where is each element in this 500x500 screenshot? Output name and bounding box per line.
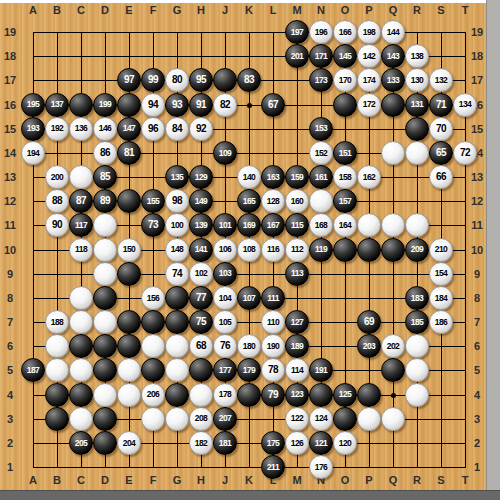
white-stone: 76 (213, 334, 237, 358)
black-stone: 177 (213, 358, 237, 382)
black-stone (381, 358, 405, 382)
move-number: 182 (195, 439, 208, 448)
move-number: 85 (100, 172, 110, 182)
white-stone (189, 383, 213, 407)
column-label-top: K (245, 4, 253, 16)
black-stone: 143 (381, 44, 405, 68)
black-stone: 69 (357, 310, 381, 334)
black-stone: 83 (237, 68, 261, 92)
white-stone: 118 (69, 238, 93, 262)
black-stone: 165 (237, 189, 261, 213)
column-label-top: T (462, 4, 469, 16)
move-number: 91 (196, 100, 206, 110)
white-stone: 128 (261, 189, 285, 213)
white-stone (405, 358, 429, 382)
white-stone (93, 310, 117, 334)
white-stone (93, 262, 117, 286)
white-stone: 194 (21, 141, 45, 165)
white-stone: 200 (45, 165, 69, 189)
black-stone: 117 (69, 213, 93, 237)
white-stone: 70 (429, 117, 453, 141)
move-number: 159 (291, 173, 304, 182)
move-number: 94 (148, 100, 158, 110)
hoshi-point (391, 393, 396, 398)
white-stone: 96 (141, 117, 165, 141)
white-stone (165, 334, 189, 358)
black-stone (333, 93, 357, 117)
black-stone: 181 (213, 431, 237, 455)
move-number: 87 (76, 196, 86, 206)
white-stone: 204 (117, 431, 141, 455)
white-stone: 198 (357, 20, 381, 44)
black-stone (93, 334, 117, 358)
column-label-top: Q (389, 4, 398, 16)
move-number: 100 (171, 221, 184, 230)
black-stone (213, 68, 237, 92)
column-label-bottom: C (77, 474, 85, 486)
column-label-bottom: G (173, 474, 182, 486)
black-stone: 73 (141, 213, 165, 237)
move-number: 185 (411, 318, 424, 327)
column-label-bottom: B (53, 474, 61, 486)
move-number: 199 (99, 100, 112, 109)
column-label-bottom: O (341, 474, 350, 486)
move-number: 132 (435, 76, 448, 85)
white-stone: 166 (333, 20, 357, 44)
column-label-bottom: M (292, 474, 301, 486)
go-game-window: AABBCCDDEEFFGGHHJJKKLLMMNNOOPPQQRRSSTT19… (0, 0, 500, 500)
column-label-bottom: S (437, 474, 444, 486)
move-number: 175 (267, 439, 280, 448)
move-number: 160 (291, 197, 304, 206)
move-number: 207 (219, 414, 232, 423)
white-stone: 82 (213, 93, 237, 117)
move-number: 141 (195, 245, 208, 254)
move-number: 130 (411, 76, 424, 85)
move-number: 133 (387, 76, 400, 85)
column-label-bottom: J (222, 474, 228, 486)
move-number: 127 (291, 318, 304, 327)
black-stone (357, 383, 381, 407)
white-stone: 84 (165, 117, 189, 141)
white-stone (93, 383, 117, 407)
black-stone: 205 (69, 431, 93, 455)
move-number: 144 (387, 28, 400, 37)
white-stone (165, 358, 189, 382)
black-stone: 137 (45, 93, 69, 117)
white-stone (69, 407, 93, 431)
column-label-top: L (270, 4, 277, 16)
black-stone: 109 (213, 141, 237, 165)
white-stone (69, 286, 93, 310)
white-stone: 74 (165, 262, 189, 286)
move-number: 181 (219, 439, 232, 448)
white-stone (45, 358, 69, 382)
white-stone: 86 (93, 141, 117, 165)
move-number: 172 (363, 100, 376, 109)
move-number: 68 (196, 341, 206, 351)
move-number: 196 (315, 28, 328, 37)
white-stone (69, 165, 93, 189)
move-number: 79 (268, 390, 278, 400)
white-stone: 100 (165, 213, 189, 237)
white-stone: 144 (381, 20, 405, 44)
row-label-left: 19 (4, 26, 16, 38)
black-stone: 189 (285, 334, 309, 358)
white-stone: 176 (309, 455, 333, 479)
column-label-bottom: K (245, 474, 253, 486)
move-number: 174 (363, 76, 376, 85)
move-number: 200 (51, 173, 64, 182)
white-stone (405, 383, 429, 407)
move-number: 201 (291, 52, 304, 61)
row-label-left: 6 (7, 340, 13, 352)
white-stone: 184 (429, 286, 453, 310)
black-stone (117, 93, 141, 117)
move-number: 77 (196, 293, 206, 303)
move-number: 147 (123, 124, 136, 133)
white-stone: 208 (189, 407, 213, 431)
white-stone: 88 (45, 189, 69, 213)
white-stone (357, 213, 381, 237)
black-stone: 195 (21, 93, 45, 117)
black-stone (165, 286, 189, 310)
white-stone: 156 (141, 286, 165, 310)
black-stone: 197 (285, 20, 309, 44)
move-number: 205 (75, 439, 88, 448)
column-label-bottom: F (150, 474, 157, 486)
column-label-bottom: T (462, 474, 469, 486)
white-stone: 130 (405, 68, 429, 92)
row-label-right: 11 (471, 219, 483, 231)
black-stone: 113 (285, 262, 309, 286)
move-number: 99 (148, 75, 158, 85)
black-stone (405, 117, 429, 141)
white-stone: 202 (381, 334, 405, 358)
move-number: 98 (172, 196, 182, 206)
move-number: 116 (267, 245, 279, 254)
move-number: 122 (291, 414, 304, 423)
black-stone (165, 310, 189, 334)
row-label-left: 17 (4, 74, 16, 86)
black-stone: 79 (261, 383, 285, 407)
move-number: 166 (339, 28, 352, 37)
column-label-top: S (437, 4, 444, 16)
move-number: 92 (196, 124, 206, 134)
move-number: 150 (123, 245, 136, 254)
black-stone: 89 (93, 189, 117, 213)
black-stone: 183 (405, 286, 429, 310)
white-stone: 190 (261, 334, 285, 358)
row-label-left: 14 (4, 147, 16, 159)
row-label-right: 18 (471, 50, 483, 62)
black-stone: 155 (141, 189, 165, 213)
column-label-bottom: A (29, 474, 37, 486)
row-label-left: 3 (7, 413, 13, 425)
black-stone: 167 (261, 213, 285, 237)
move-number: 88 (52, 196, 62, 206)
row-label-right: 3 (474, 413, 480, 425)
move-number: 208 (195, 414, 208, 423)
row-label-right: 2 (474, 437, 480, 449)
white-stone: 108 (237, 238, 261, 262)
move-number: 110 (267, 318, 279, 327)
white-stone (165, 407, 189, 431)
black-stone: 123 (285, 383, 309, 407)
white-stone: 120 (333, 431, 357, 455)
move-number: 96 (148, 124, 158, 134)
white-stone: 66 (429, 165, 453, 189)
white-stone: 92 (189, 117, 213, 141)
white-stone: 152 (309, 141, 333, 165)
black-stone: 141 (189, 238, 213, 262)
move-number: 171 (315, 52, 328, 61)
black-stone: 71 (429, 93, 453, 117)
column-label-bottom: E (125, 474, 132, 486)
black-stone: 97 (117, 68, 141, 92)
black-stone (237, 383, 261, 407)
move-number: 114 (291, 366, 303, 375)
black-stone: 203 (357, 334, 381, 358)
move-number: 210 (435, 245, 448, 254)
move-number: 111 (267, 294, 279, 303)
column-label-top: O (341, 4, 350, 16)
black-stone: 169 (237, 213, 261, 237)
move-number: 75 (196, 317, 206, 327)
white-stone: 112 (285, 238, 309, 262)
move-number: 178 (219, 390, 232, 399)
move-number: 186 (435, 318, 448, 327)
move-number: 120 (339, 439, 352, 448)
move-number: 187 (27, 366, 40, 375)
row-label-left: 15 (4, 123, 16, 135)
black-stone: 187 (21, 358, 45, 382)
move-number: 194 (27, 149, 40, 158)
move-number: 164 (339, 221, 352, 230)
move-number: 153 (315, 124, 328, 133)
move-number: 82 (220, 100, 230, 110)
column-label-top: E (125, 4, 132, 16)
move-number: 70 (436, 124, 446, 134)
move-number: 118 (75, 245, 87, 254)
black-stone: 111 (261, 286, 285, 310)
black-stone (141, 310, 165, 334)
black-stone: 191 (309, 358, 333, 382)
move-number: 169 (243, 221, 256, 230)
black-stone: 157 (333, 189, 357, 213)
white-stone: 72 (453, 141, 477, 165)
black-stone: 91 (189, 93, 213, 117)
black-stone: 75 (189, 310, 213, 334)
move-number: 128 (267, 197, 280, 206)
row-label-right: 13 (471, 171, 483, 183)
black-stone (381, 238, 405, 262)
white-stone (141, 334, 165, 358)
black-stone: 147 (117, 117, 141, 141)
black-stone (309, 383, 333, 407)
move-number: 112 (291, 245, 303, 254)
move-number: 189 (291, 342, 304, 351)
white-stone: 90 (45, 213, 69, 237)
white-stone: 210 (429, 238, 453, 262)
move-number: 192 (51, 124, 64, 133)
white-stone: 172 (357, 93, 381, 117)
black-stone: 95 (189, 68, 213, 92)
move-number: 102 (195, 269, 208, 278)
white-stone: 114 (285, 358, 309, 382)
black-stone: 179 (237, 358, 261, 382)
white-stone (69, 310, 93, 334)
white-stone: 150 (117, 238, 141, 262)
move-number: 146 (99, 124, 112, 133)
move-number: 101 (219, 221, 232, 230)
move-number: 180 (243, 342, 256, 351)
white-stone (309, 189, 333, 213)
row-label-right: 6 (474, 340, 480, 352)
move-number: 184 (435, 294, 448, 303)
black-stone: 173 (309, 68, 333, 92)
row-label-right: 17 (471, 74, 483, 86)
white-stone (405, 334, 429, 358)
move-number: 86 (100, 148, 110, 158)
move-number: 142 (363, 52, 376, 61)
row-label-left: 11 (4, 219, 16, 231)
black-stone: 65 (429, 141, 453, 165)
row-label-left: 13 (4, 171, 16, 183)
column-label-top: F (150, 4, 157, 16)
white-stone (381, 141, 405, 165)
white-stone: 158 (333, 165, 357, 189)
move-number: 204 (123, 439, 136, 448)
move-number: 209 (411, 245, 424, 254)
move-number: 191 (315, 366, 328, 375)
move-number: 104 (219, 294, 232, 303)
move-number: 211 (267, 463, 279, 472)
move-number: 190 (267, 342, 280, 351)
black-stone: 77 (189, 286, 213, 310)
black-stone (117, 310, 141, 334)
white-stone: 142 (357, 44, 381, 68)
move-number: 103 (219, 269, 232, 278)
move-number: 105 (219, 318, 232, 327)
white-stone: 196 (309, 20, 333, 44)
white-stone (93, 238, 117, 262)
black-stone (93, 358, 117, 382)
row-label-left: 4 (7, 389, 13, 401)
row-label-left: 2 (7, 437, 13, 449)
black-stone: 67 (261, 93, 285, 117)
white-stone (45, 334, 69, 358)
column-label-bottom: D (101, 474, 109, 486)
black-stone: 103 (213, 262, 237, 286)
column-label-top: P (365, 4, 372, 16)
column-label-top: H (197, 4, 205, 16)
white-stone: 105 (213, 310, 237, 334)
white-stone: 126 (285, 431, 309, 455)
white-stone (381, 213, 405, 237)
black-stone (333, 238, 357, 262)
move-number: 202 (387, 342, 400, 351)
black-stone (165, 383, 189, 407)
row-label-left: 18 (4, 50, 16, 62)
move-number: 139 (195, 221, 208, 230)
move-number: 117 (75, 221, 87, 230)
move-number: 183 (411, 294, 424, 303)
black-stone: 119 (309, 238, 333, 262)
white-stone: 94 (141, 93, 165, 117)
black-stone: 201 (285, 44, 309, 68)
white-stone (69, 358, 93, 382)
black-stone (45, 407, 69, 431)
black-stone: 159 (285, 165, 309, 189)
black-stone (93, 286, 117, 310)
move-number: 165 (243, 197, 256, 206)
move-number: 193 (27, 124, 40, 133)
black-stone (45, 383, 69, 407)
column-label-bottom: Q (389, 474, 398, 486)
black-stone (333, 407, 357, 431)
move-number: 83 (244, 75, 254, 85)
white-stone: 68 (189, 334, 213, 358)
move-number: 136 (75, 124, 88, 133)
black-stone: 107 (237, 286, 261, 310)
white-stone (117, 383, 141, 407)
white-stone: 164 (333, 213, 357, 237)
white-stone: 124 (309, 407, 333, 431)
black-stone: 121 (309, 431, 333, 455)
black-stone: 99 (141, 68, 165, 92)
move-number: 143 (387, 52, 400, 61)
move-number: 107 (243, 294, 256, 303)
black-stone (357, 238, 381, 262)
move-number: 124 (315, 414, 328, 423)
move-number: 170 (339, 76, 352, 85)
column-label-top: G (173, 4, 182, 16)
move-number: 177 (219, 366, 232, 375)
black-stone: 131 (405, 93, 429, 117)
move-number: 69 (364, 317, 374, 327)
white-stone: 154 (429, 262, 453, 286)
move-number: 65 (436, 148, 446, 158)
move-number: 81 (124, 148, 134, 158)
row-label-left: 8 (7, 292, 13, 304)
white-stone (117, 358, 141, 382)
move-number: 188 (51, 318, 64, 327)
move-number: 108 (243, 245, 256, 254)
black-stone: 81 (117, 141, 141, 165)
white-stone (405, 213, 429, 237)
white-stone: 146 (93, 117, 117, 141)
bottom-gutter (0, 490, 500, 500)
row-label-left: 1 (7, 461, 13, 473)
move-number: 106 (219, 245, 232, 254)
black-stone: 193 (21, 117, 45, 141)
row-label-right: 19 (471, 26, 483, 38)
black-stone (69, 334, 93, 358)
white-stone: 132 (429, 68, 453, 92)
move-number: 135 (171, 173, 184, 182)
black-stone: 133 (381, 68, 405, 92)
row-label-left: 7 (7, 316, 13, 328)
move-number: 125 (339, 390, 352, 399)
black-stone: 175 (261, 431, 285, 455)
black-stone: 151 (333, 141, 357, 165)
white-stone (381, 407, 405, 431)
row-label-right: 4 (474, 389, 480, 401)
black-stone: 207 (213, 407, 237, 431)
white-stone: 140 (237, 165, 261, 189)
move-number: 78 (268, 365, 278, 375)
